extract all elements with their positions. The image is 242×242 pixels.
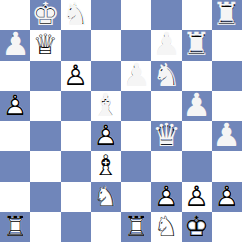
square-d2[interactable]: ♞♘: [91, 182, 121, 212]
white-bishop-piece: ♝♗: [91, 151, 121, 181]
square-d5[interactable]: ♝♝: [91, 91, 121, 121]
square-d8[interactable]: [91, 0, 121, 30]
square-c5[interactable]: [61, 91, 91, 121]
square-c3[interactable]: [61, 151, 91, 181]
square-c2[interactable]: [61, 182, 91, 212]
square-f5[interactable]: [151, 91, 181, 121]
square-e2[interactable]: [121, 182, 151, 212]
black-knight-piece: ♞♞: [61, 0, 91, 30]
white-pawn-piece: ♟♙: [61, 61, 91, 91]
square-a7[interactable]: ♟♟: [0, 30, 30, 60]
square-d3[interactable]: ♝♗: [91, 151, 121, 181]
square-e4[interactable]: [121, 121, 151, 151]
black-pawn-piece: ♟♟: [212, 121, 242, 151]
square-b6[interactable]: [30, 61, 60, 91]
square-h1[interactable]: [212, 212, 242, 242]
square-e8[interactable]: [121, 0, 151, 30]
white-king-piece: ♚♔: [182, 212, 212, 242]
black-pawn-piece: ♟♟: [182, 91, 212, 121]
square-b3[interactable]: [30, 151, 60, 181]
square-a4[interactable]: [0, 121, 30, 151]
square-c4[interactable]: [61, 121, 91, 151]
square-d6[interactable]: [91, 61, 121, 91]
square-e3[interactable]: [121, 151, 151, 181]
square-f2[interactable]: ♟♙: [151, 182, 181, 212]
square-a2[interactable]: [0, 182, 30, 212]
square-g8[interactable]: [182, 0, 212, 30]
square-a3[interactable]: [0, 151, 30, 181]
square-d1[interactable]: [91, 212, 121, 242]
square-g3[interactable]: [182, 151, 212, 181]
square-a1[interactable]: ♜♖: [0, 212, 30, 242]
chess-board: ♚♚♞♞♜♜♟♟♛♕♟♟♜♜♟♙♟♟♞♞♟♙♝♝♟♟♟♙♛♛♟♟♝♗♞♘♟♙♟♙…: [0, 0, 242, 242]
black-pawn-piece: ♟♟: [151, 30, 181, 60]
square-e5[interactable]: [121, 91, 151, 121]
square-f6[interactable]: ♞♞: [151, 61, 181, 91]
white-pawn-piece: ♟♙: [182, 182, 212, 212]
square-c8[interactable]: ♞♞: [61, 0, 91, 30]
square-h3[interactable]: [212, 151, 242, 181]
white-rook-piece: ♜♖: [121, 212, 151, 242]
square-a8[interactable]: [0, 0, 30, 30]
square-h5[interactable]: [212, 91, 242, 121]
black-queen-piece: ♛♛: [151, 121, 181, 151]
square-b4[interactable]: [30, 121, 60, 151]
square-g6[interactable]: [182, 61, 212, 91]
black-knight-piece: ♞♞: [151, 61, 181, 91]
black-pawn-piece: ♟♟: [121, 61, 151, 91]
black-rook-piece: ♜♜: [182, 30, 212, 60]
square-g1[interactable]: ♚♔: [182, 212, 212, 242]
white-pawn-piece: ♟♙: [91, 121, 121, 151]
square-d7[interactable]: [91, 30, 121, 60]
white-rook-piece: ♜♖: [0, 212, 30, 242]
white-pawn-piece: ♟♙: [151, 182, 181, 212]
square-b2[interactable]: [30, 182, 60, 212]
square-f4[interactable]: ♛♛: [151, 121, 181, 151]
white-knight-piece: ♞♘: [91, 182, 121, 212]
square-b1[interactable]: [30, 212, 60, 242]
square-g2[interactable]: ♟♙: [182, 182, 212, 212]
black-king-piece: ♚♚: [30, 0, 60, 30]
square-d4[interactable]: ♟♙: [91, 121, 121, 151]
square-e7[interactable]: [121, 30, 151, 60]
square-h8[interactable]: ♜♜: [212, 0, 242, 30]
black-rook-piece: ♜♜: [212, 0, 242, 30]
square-c7[interactable]: [61, 30, 91, 60]
white-knight-piece: ♞♘: [151, 212, 181, 242]
black-bishop-piece: ♝♝: [91, 91, 121, 121]
white-pawn-piece: ♟♙: [0, 91, 30, 121]
square-f8[interactable]: [151, 0, 181, 30]
square-h7[interactable]: [212, 30, 242, 60]
square-e1[interactable]: ♜♖: [121, 212, 151, 242]
square-a6[interactable]: [0, 61, 30, 91]
square-h6[interactable]: [212, 61, 242, 91]
square-e6[interactable]: ♟♟: [121, 61, 151, 91]
square-f3[interactable]: [151, 151, 181, 181]
square-b5[interactable]: [30, 91, 60, 121]
square-a5[interactable]: ♟♙: [0, 91, 30, 121]
square-b8[interactable]: ♚♚: [30, 0, 60, 30]
black-pawn-piece: ♟♟: [0, 30, 30, 60]
square-g7[interactable]: ♜♜: [182, 30, 212, 60]
square-g4[interactable]: [182, 121, 212, 151]
square-c6[interactable]: ♟♙: [61, 61, 91, 91]
square-f1[interactable]: ♞♘: [151, 212, 181, 242]
square-b7[interactable]: ♛♕: [30, 30, 60, 60]
white-pawn-piece: ♟♙: [212, 182, 242, 212]
white-queen-piece: ♛♕: [30, 30, 60, 60]
square-f7[interactable]: ♟♟: [151, 30, 181, 60]
square-g5[interactable]: ♟♟: [182, 91, 212, 121]
square-h2[interactable]: ♟♙: [212, 182, 242, 212]
square-h4[interactable]: ♟♟: [212, 121, 242, 151]
square-c1[interactable]: [61, 212, 91, 242]
